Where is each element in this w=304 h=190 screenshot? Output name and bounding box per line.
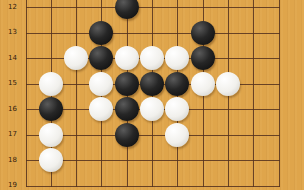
white-stone[interactable]: [216, 72, 240, 96]
grid-line-vertical: [26, 0, 27, 187]
white-stone[interactable]: [39, 148, 63, 172]
black-stone[interactable]: [39, 97, 63, 121]
black-stone[interactable]: [89, 21, 113, 45]
grid-line-vertical: [253, 0, 254, 187]
black-stone[interactable]: [115, 0, 139, 19]
grid-line-vertical: [76, 0, 77, 187]
black-stone[interactable]: [115, 97, 139, 121]
go-board[interactable]: 1213141516171819: [0, 0, 304, 190]
white-stone[interactable]: [165, 46, 189, 70]
black-stone[interactable]: [89, 46, 113, 70]
white-stone[interactable]: [89, 72, 113, 96]
row-label: 16: [0, 106, 17, 113]
white-stone[interactable]: [64, 46, 88, 70]
white-stone[interactable]: [39, 123, 63, 147]
row-label: 17: [0, 131, 17, 138]
row-label: 19: [0, 182, 17, 189]
row-label: 18: [0, 157, 17, 164]
black-stone[interactable]: [165, 72, 189, 96]
white-stone[interactable]: [191, 72, 215, 96]
black-stone[interactable]: [115, 123, 139, 147]
white-stone[interactable]: [115, 46, 139, 70]
grid-line-vertical: [279, 0, 280, 187]
row-label: 13: [0, 29, 17, 36]
white-stone[interactable]: [39, 72, 63, 96]
black-stone[interactable]: [191, 46, 215, 70]
white-stone[interactable]: [140, 97, 164, 121]
black-stone[interactable]: [191, 21, 215, 45]
white-stone[interactable]: [140, 46, 164, 70]
row-label: 15: [0, 80, 17, 87]
black-stone[interactable]: [115, 72, 139, 96]
row-label: 14: [0, 55, 17, 62]
white-stone[interactable]: [165, 123, 189, 147]
white-stone[interactable]: [89, 97, 113, 121]
black-stone[interactable]: [140, 72, 164, 96]
row-label: 12: [0, 4, 17, 11]
white-stone[interactable]: [165, 97, 189, 121]
